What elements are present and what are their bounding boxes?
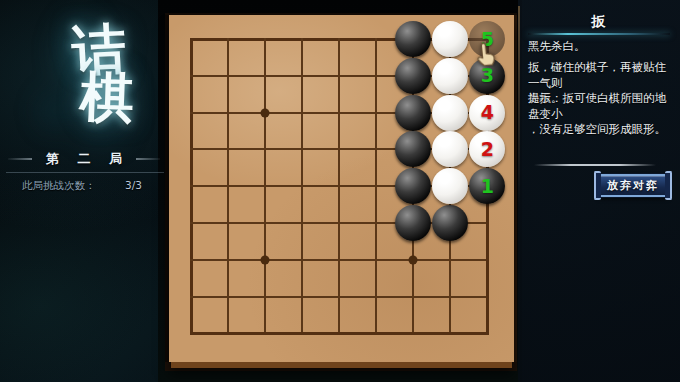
star-point (261, 108, 270, 117)
left-rule (8, 158, 32, 160)
go-board-frame: 34215 (165, 13, 517, 371)
tap-hand-cursor-icon (471, 40, 502, 71)
move-number: 2 (481, 140, 494, 159)
objective-text: 黑先杀白。 (528, 39, 676, 55)
go-board[interactable]: 34215 (169, 15, 514, 362)
board-grid: 34215 (191, 39, 488, 334)
challenge-attempts-value: 3/3 (125, 179, 142, 193)
star-point (261, 255, 270, 264)
go-stone-white (432, 58, 468, 94)
go-stone-white: 2 (469, 131, 505, 167)
calligraphy-char-qi: 棋 (79, 69, 135, 125)
challenge-attempts-label: 此局挑战次数： (22, 179, 96, 193)
hint-text: 提示：扳可使白棋所围的地盘变小 ，没有足够空间形成眼形。 (528, 91, 676, 138)
grid-line-horizontal (190, 296, 489, 298)
go-stone-white (432, 131, 468, 167)
go-stone-white (432, 168, 468, 204)
lesson-panel: 扳 黑先杀白。 扳，碰住的棋子，再被贴住一气则 为扳。 提示：扳可使白棋所围的地… (518, 0, 680, 382)
go-stone-black (395, 21, 431, 57)
panel-edge-highlight (518, 6, 520, 206)
go-stone-black (395, 58, 431, 94)
go-stone-white: 4 (469, 95, 505, 131)
left-panel-divider (6, 172, 164, 173)
go-stone-black (395, 205, 431, 241)
panel-divider (534, 164, 656, 166)
grid-line-vertical (375, 38, 377, 335)
challenge-attempts-row: 此局挑战次数： 3/3 (22, 179, 142, 193)
go-stone-black (395, 131, 431, 167)
go-stone-white (432, 95, 468, 131)
go-stone-black: 1 (469, 168, 505, 204)
game-screen: 诘 棋 第 二 局 此局挑战次数： 3/3 34215 扳 黑先杀白。 扳，碰住… (0, 0, 680, 382)
go-stone-black (395, 95, 431, 131)
round-title: 第 二 局 (39, 150, 129, 168)
title-divider (528, 33, 670, 35)
right-rule (136, 158, 160, 160)
go-stone-black (432, 205, 468, 241)
round-title-row: 第 二 局 (8, 150, 160, 168)
move-number: 1 (481, 177, 494, 196)
go-stone-white (432, 21, 468, 57)
technique-title: 扳 (518, 13, 680, 31)
grid-line-horizontal (190, 332, 489, 335)
left-panel: 诘 棋 第 二 局 此局挑战次数： 3/3 (0, 0, 168, 382)
go-stone-black (395, 168, 431, 204)
give-up-game-button[interactable]: 放弃对弈 (598, 174, 668, 197)
move-number: 4 (481, 103, 494, 122)
grid-line-horizontal (190, 259, 489, 261)
star-point (409, 255, 418, 264)
